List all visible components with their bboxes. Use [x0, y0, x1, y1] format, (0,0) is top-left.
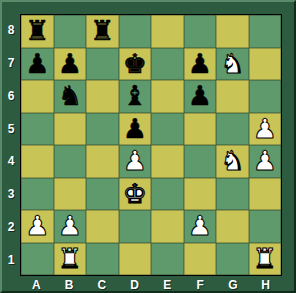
square-f1[interactable] — [184, 243, 217, 276]
square-d1[interactable] — [119, 243, 152, 276]
square-a4[interactable] — [21, 145, 54, 178]
piece-white-rook[interactable]: ♜ — [253, 243, 277, 276]
square-h8[interactable] — [249, 15, 282, 48]
piece-white-knight[interactable]: ♞ — [220, 145, 244, 178]
square-f8[interactable] — [184, 15, 217, 48]
square-d6[interactable]: ♝ — [119, 80, 152, 113]
rank-label-7: 7 — [2, 47, 20, 80]
square-f3[interactable] — [184, 178, 217, 211]
square-h5[interactable]: ♟ — [249, 113, 282, 146]
square-b1[interactable]: ♜ — [54, 243, 87, 276]
rank-label-4: 4 — [2, 145, 20, 178]
piece-black-pawn[interactable]: ♟ — [58, 48, 82, 81]
piece-black-rook[interactable]: ♜ — [90, 15, 114, 48]
square-e7[interactable] — [151, 48, 184, 81]
square-h6[interactable] — [249, 80, 282, 113]
square-d2[interactable] — [119, 210, 152, 243]
square-f4[interactable] — [184, 145, 217, 178]
square-g7[interactable]: ♞ — [216, 48, 249, 81]
piece-white-pawn[interactable]: ♟ — [123, 145, 147, 178]
square-d5[interactable]: ♟ — [119, 113, 152, 146]
rank-label-3: 3 — [2, 178, 20, 211]
square-g3[interactable] — [216, 178, 249, 211]
square-b4[interactable] — [54, 145, 87, 178]
piece-black-knight[interactable]: ♞ — [58, 80, 82, 113]
square-e6[interactable] — [151, 80, 184, 113]
square-g2[interactable] — [216, 210, 249, 243]
square-d8[interactable] — [119, 15, 152, 48]
square-a6[interactable] — [21, 80, 54, 113]
square-g1[interactable] — [216, 243, 249, 276]
square-f6[interactable]: ♟ — [184, 80, 217, 113]
file-label-e: E — [151, 277, 184, 293]
square-a7[interactable]: ♟ — [21, 48, 54, 81]
square-e2[interactable] — [151, 210, 184, 243]
piece-white-rook[interactable]: ♜ — [58, 243, 82, 276]
square-b6[interactable]: ♞ — [54, 80, 87, 113]
square-a1[interactable] — [21, 243, 54, 276]
square-d4[interactable]: ♟ — [119, 145, 152, 178]
square-a8[interactable]: ♜ — [21, 15, 54, 48]
square-a5[interactable] — [21, 113, 54, 146]
square-b8[interactable] — [54, 15, 87, 48]
square-b7[interactable]: ♟ — [54, 48, 87, 81]
piece-white-pawn[interactable]: ♟ — [188, 210, 212, 243]
piece-black-pawn[interactable]: ♟ — [123, 113, 147, 146]
square-c7[interactable] — [86, 48, 119, 81]
file-label-c: C — [86, 277, 119, 293]
piece-black-rook[interactable]: ♜ — [25, 15, 49, 48]
piece-black-pawn[interactable]: ♟ — [25, 48, 49, 81]
square-d3[interactable]: ♚ — [119, 178, 152, 211]
piece-white-pawn[interactable]: ♟ — [253, 113, 277, 146]
file-label-h: H — [249, 277, 282, 293]
square-h3[interactable] — [249, 178, 282, 211]
square-h4[interactable]: ♟ — [249, 145, 282, 178]
rank-label-8: 8 — [2, 14, 20, 47]
square-b3[interactable] — [54, 178, 87, 211]
square-f2[interactable]: ♟ — [184, 210, 217, 243]
square-c3[interactable] — [86, 178, 119, 211]
piece-white-pawn[interactable]: ♟ — [253, 145, 277, 178]
piece-white-pawn[interactable]: ♟ — [25, 210, 49, 243]
square-e5[interactable] — [151, 113, 184, 146]
square-g6[interactable] — [216, 80, 249, 113]
square-c5[interactable] — [86, 113, 119, 146]
square-h2[interactable] — [249, 210, 282, 243]
chess-board[interactable]: ♜♜♟♟♚♟♞♞♝♟♟♟♟♞♟♚♟♟♟♜♜ — [20, 14, 282, 276]
piece-white-king[interactable]: ♚ — [123, 178, 147, 211]
square-a3[interactable] — [21, 178, 54, 211]
rank-label-6: 6 — [2, 80, 20, 113]
square-b5[interactable] — [54, 113, 87, 146]
square-c2[interactable] — [86, 210, 119, 243]
square-e1[interactable] — [151, 243, 184, 276]
square-c4[interactable] — [86, 145, 119, 178]
file-label-g: G — [217, 277, 250, 293]
rank-label-2: 2 — [2, 211, 20, 244]
square-g4[interactable]: ♞ — [216, 145, 249, 178]
piece-black-pawn[interactable]: ♟ — [188, 80, 212, 113]
file-label-d: D — [118, 277, 151, 293]
square-e3[interactable] — [151, 178, 184, 211]
square-c6[interactable] — [86, 80, 119, 113]
piece-black-pawn[interactable]: ♟ — [188, 48, 212, 81]
square-c8[interactable]: ♜ — [86, 15, 119, 48]
square-h7[interactable] — [249, 48, 282, 81]
square-a2[interactable]: ♟ — [21, 210, 54, 243]
rank-label-5: 5 — [2, 112, 20, 145]
square-g8[interactable] — [216, 15, 249, 48]
rank-label-1: 1 — [2, 243, 20, 276]
piece-white-pawn[interactable]: ♟ — [58, 210, 82, 243]
file-label-a: A — [20, 277, 53, 293]
square-c1[interactable] — [86, 243, 119, 276]
square-e4[interactable] — [151, 145, 184, 178]
square-h1[interactable]: ♜ — [249, 243, 282, 276]
file-labels: ABCDEFGH — [20, 277, 282, 293]
square-b2[interactable]: ♟ — [54, 210, 87, 243]
rank-labels: 87654321 — [2, 14, 20, 276]
piece-white-knight[interactable]: ♞ — [220, 48, 244, 81]
square-f5[interactable] — [184, 113, 217, 146]
square-g5[interactable] — [216, 113, 249, 146]
piece-black-king[interactable]: ♚ — [123, 48, 147, 81]
chess-board-frame: 87654321 ♜♜♟♟♚♟♞♞♝♟♟♟♟♞♟♚♟♟♟♜♜ ABCDEFGH — [0, 0, 296, 293]
square-f7[interactable]: ♟ — [184, 48, 217, 81]
square-d7[interactable]: ♚ — [119, 48, 152, 81]
file-label-b: B — [53, 277, 86, 293]
piece-black-bishop[interactable]: ♝ — [123, 80, 147, 113]
square-e8[interactable] — [151, 15, 184, 48]
file-label-f: F — [184, 277, 217, 293]
